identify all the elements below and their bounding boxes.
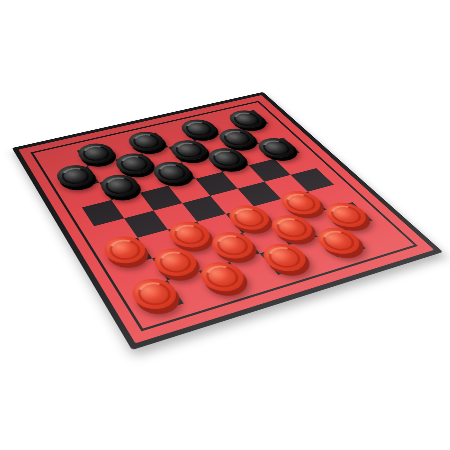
black-checker[interactable] bbox=[73, 141, 119, 167]
red-checker[interactable] bbox=[205, 228, 261, 263]
product-photo-scene bbox=[0, 0, 450, 450]
black-checker[interactable] bbox=[95, 172, 144, 201]
pieces-layer bbox=[12, 92, 443, 350]
red-checker[interactable] bbox=[256, 240, 314, 276]
red-checker[interactable] bbox=[310, 224, 368, 258]
red-checker[interactable] bbox=[126, 274, 184, 314]
red-checker[interactable] bbox=[274, 188, 328, 218]
black-checker[interactable] bbox=[111, 150, 158, 177]
black-checker[interactable] bbox=[148, 159, 197, 187]
black-checker[interactable] bbox=[165, 137, 212, 163]
black-checker[interactable] bbox=[202, 145, 251, 171]
red-checker[interactable] bbox=[163, 218, 217, 252]
red-checker[interactable] bbox=[148, 244, 204, 280]
black-checker[interactable] bbox=[123, 129, 169, 154]
red-checker[interactable] bbox=[319, 199, 375, 231]
red-checker[interactable] bbox=[98, 233, 152, 268]
black-checker[interactable] bbox=[224, 108, 270, 131]
checkers-mat bbox=[12, 92, 443, 350]
black-checker[interactable] bbox=[214, 126, 261, 151]
black-checker[interactable] bbox=[252, 135, 301, 160]
black-checker[interactable] bbox=[52, 162, 99, 190]
black-checker[interactable] bbox=[176, 117, 222, 141]
red-checker[interactable] bbox=[264, 212, 320, 245]
red-checker[interactable] bbox=[193, 258, 251, 296]
red-checker[interactable] bbox=[222, 202, 276, 234]
